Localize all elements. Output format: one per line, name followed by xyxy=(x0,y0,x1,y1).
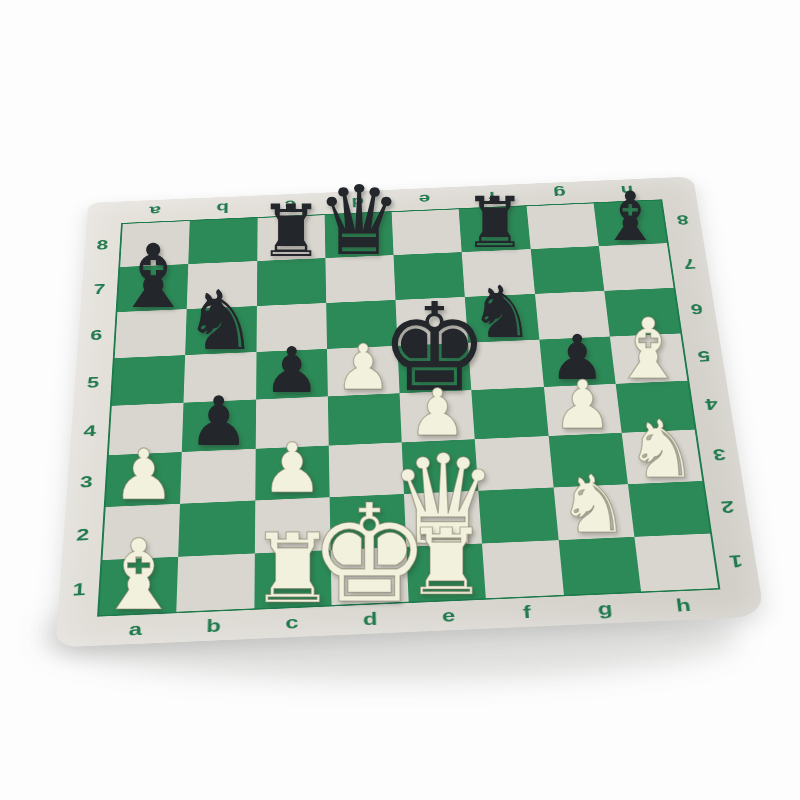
file-label-top-g: g xyxy=(553,186,567,199)
square-d7 xyxy=(325,255,395,302)
square-b5 xyxy=(184,352,256,403)
square-d4 xyxy=(328,393,402,445)
file-label-bottom-d: d xyxy=(363,610,378,628)
file-label-bottom-g: g xyxy=(597,600,613,618)
square-e3 xyxy=(402,439,479,493)
rank-label-left-4: 4 xyxy=(83,424,96,440)
square-h6 xyxy=(604,288,680,337)
square-h8 xyxy=(593,200,667,246)
square-g6 xyxy=(535,291,610,340)
file-label-bottom-c: c xyxy=(285,614,298,632)
square-h4 xyxy=(615,381,694,433)
rank-label-left-3: 3 xyxy=(80,474,94,490)
rank-label-left-2: 2 xyxy=(76,526,90,543)
rank-label-left-6: 6 xyxy=(90,328,103,343)
vinyl-chess-mat: aabbccddeeffgghh8877665544332211 xyxy=(55,177,764,648)
square-b7 xyxy=(187,261,257,309)
square-g1 xyxy=(558,537,641,595)
file-label-top-f: f xyxy=(488,189,496,202)
chess-board xyxy=(97,199,720,616)
square-f6 xyxy=(465,294,539,343)
square-f5 xyxy=(468,339,543,390)
rank-label-right-8: 8 xyxy=(676,213,690,227)
square-g2 xyxy=(553,484,634,540)
square-e4 xyxy=(400,390,475,442)
file-label-top-a: a xyxy=(149,204,161,217)
coordinate-labels: aabbccddeeffgghh8877665544332211 xyxy=(88,177,693,203)
square-c2 xyxy=(254,497,330,553)
square-c8 xyxy=(257,215,325,261)
rank-label-right-3: 3 xyxy=(712,446,727,462)
square-f7 xyxy=(462,249,535,296)
file-label-top-e: e xyxy=(419,192,431,205)
square-a7 xyxy=(117,264,188,312)
file-label-bottom-h: h xyxy=(675,597,692,615)
rank-label-left-8: 8 xyxy=(96,238,108,252)
square-e6 xyxy=(395,297,468,346)
square-c7 xyxy=(256,258,326,306)
square-g8 xyxy=(526,203,598,249)
square-c4 xyxy=(255,396,328,449)
square-d2 xyxy=(329,494,406,550)
square-d8 xyxy=(324,212,393,258)
square-c6 xyxy=(256,303,327,352)
rank-label-left-5: 5 xyxy=(87,375,100,390)
rank-label-right-7: 7 xyxy=(683,257,697,271)
file-label-bottom-f: f xyxy=(522,604,531,622)
rank-label-right-1: 1 xyxy=(728,552,744,569)
square-a2 xyxy=(102,503,180,559)
square-f1 xyxy=(482,540,563,598)
square-e2 xyxy=(404,490,482,546)
square-h3 xyxy=(621,430,702,484)
square-a6 xyxy=(115,309,187,358)
square-e1 xyxy=(406,543,486,601)
square-d1 xyxy=(330,547,408,605)
square-a3 xyxy=(106,452,182,507)
square-b1 xyxy=(177,553,255,611)
rank-label-right-6: 6 xyxy=(690,302,704,317)
square-a4 xyxy=(109,403,184,456)
square-b8 xyxy=(188,218,257,264)
square-b2 xyxy=(178,500,254,556)
square-h7 xyxy=(599,243,674,290)
square-a1 xyxy=(99,557,178,616)
rank-label-right-5: 5 xyxy=(697,348,711,363)
rank-label-left-7: 7 xyxy=(93,282,106,296)
square-e7 xyxy=(394,252,465,299)
square-e8 xyxy=(392,209,462,255)
square-h2 xyxy=(628,481,710,537)
square-f2 xyxy=(479,487,559,543)
square-h5 xyxy=(610,333,688,384)
square-d5 xyxy=(327,346,400,397)
file-label-top-b: b xyxy=(216,201,229,214)
square-d3 xyxy=(328,443,403,497)
rank-label-left-1: 1 xyxy=(72,581,86,599)
square-f8 xyxy=(459,206,530,252)
square-b4 xyxy=(182,400,256,453)
file-label-bottom-e: e xyxy=(441,607,455,625)
square-b3 xyxy=(180,449,255,503)
square-g3 xyxy=(548,433,627,487)
square-g7 xyxy=(530,246,604,293)
square-c3 xyxy=(255,446,330,500)
product-photo-chess-mat: aabbccddeeffgghh8877665544332211 ♜♛♜♝♝♞♞… xyxy=(0,0,800,800)
square-h1 xyxy=(634,533,718,591)
square-a5 xyxy=(112,355,186,406)
square-f4 xyxy=(472,387,549,439)
file-label-top-h: h xyxy=(620,183,634,196)
square-g4 xyxy=(543,384,621,436)
rank-label-right-2: 2 xyxy=(720,498,735,515)
square-c5 xyxy=(256,349,328,400)
file-label-bottom-a: a xyxy=(128,620,142,638)
file-label-bottom-b: b xyxy=(206,617,221,635)
square-g5 xyxy=(539,336,616,387)
square-d6 xyxy=(326,300,398,349)
square-c1 xyxy=(254,550,331,608)
square-f3 xyxy=(475,436,553,490)
square-e5 xyxy=(397,343,471,394)
rank-label-right-4: 4 xyxy=(704,397,719,413)
file-label-top-c: c xyxy=(284,198,295,211)
file-label-top-d: d xyxy=(351,195,364,208)
square-b6 xyxy=(185,306,256,355)
square-a8 xyxy=(120,221,190,267)
